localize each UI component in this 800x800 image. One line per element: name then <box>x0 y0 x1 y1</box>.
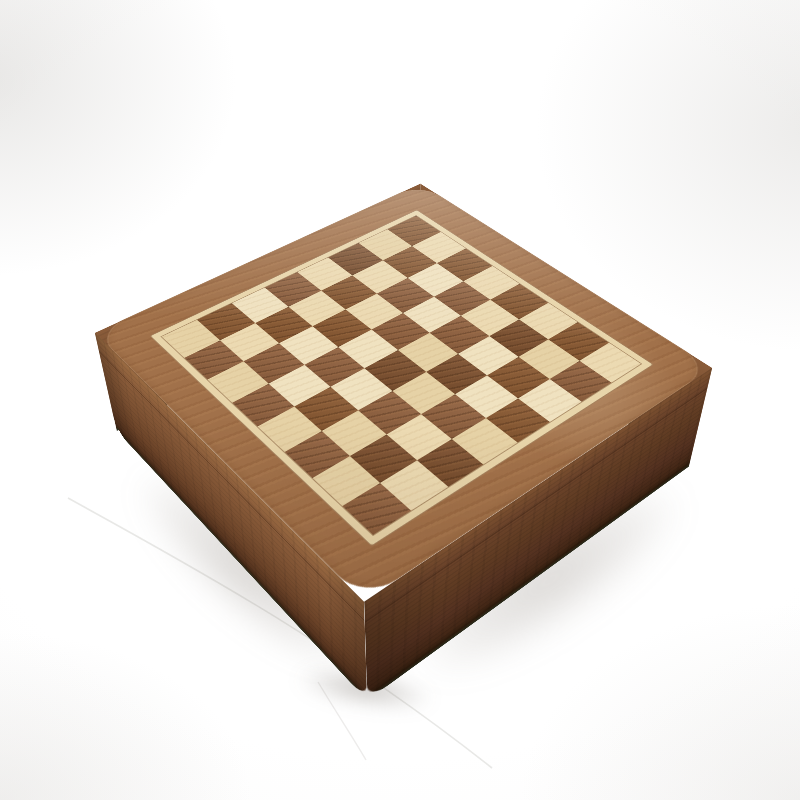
square-r7c4[interactable] <box>269 365 331 407</box>
square-r6c8[interactable] <box>417 438 484 486</box>
square-r5c6[interactable] <box>393 372 456 414</box>
square-r8c6[interactable] <box>284 430 350 478</box>
square-r6c6[interactable] <box>358 390 422 434</box>
photo-stage <box>0 0 800 800</box>
square-r5c8[interactable] <box>452 418 518 464</box>
square-r6c7[interactable] <box>387 414 452 460</box>
square-r7c8[interactable] <box>380 460 448 510</box>
square-r3c8[interactable] <box>518 379 581 422</box>
square-r7c7[interactable] <box>350 434 416 482</box>
square-r4c6[interactable] <box>426 353 488 394</box>
square-r6c4[interactable] <box>304 347 365 387</box>
square-r6c5[interactable] <box>330 368 392 410</box>
square-r8c8[interactable] <box>342 482 411 534</box>
square-r7c6[interactable] <box>322 410 387 456</box>
square-r7c5[interactable] <box>295 387 358 431</box>
square-r5c7[interactable] <box>422 394 486 438</box>
square-r8c4[interactable] <box>232 383 295 426</box>
square-r4c8[interactable] <box>486 398 551 443</box>
square-r8c5[interactable] <box>258 406 322 451</box>
square-r3c7[interactable] <box>487 357 549 398</box>
square-r8c7[interactable] <box>313 456 381 506</box>
square-r8c3[interactable] <box>208 361 269 402</box>
square-r2c8[interactable] <box>549 360 611 401</box>
square-r5c5[interactable] <box>365 350 426 390</box>
square-r4c7[interactable] <box>455 375 518 418</box>
